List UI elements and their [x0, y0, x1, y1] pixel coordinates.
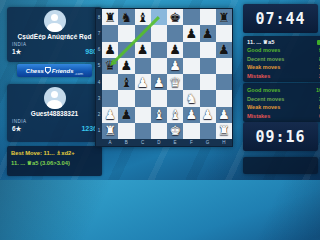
square-e5[interactable]: ♟: [167, 58, 183, 74]
square-h6[interactable]: ♟: [216, 42, 232, 58]
logo-text-right: Friends: [52, 68, 74, 74]
square-a8[interactable]: ♜: [102, 9, 118, 25]
file-label-c: C: [135, 139, 151, 146]
stat-row-bottom-weak-moves: Weak moves8: [247, 104, 320, 110]
white-pawn: ♟: [137, 76, 149, 89]
stat-row-bottom-mistakes: Mistakes0: [247, 113, 320, 119]
square-d4[interactable]: ♟: [151, 74, 167, 90]
square-c3[interactable]: [135, 90, 151, 106]
square-h4[interactable]: [216, 74, 232, 90]
stat-row-top-decent-moves: Decent moves8: [247, 56, 320, 62]
chess-board[interactable]: ♜♞♝♚♜♟♟♟♟♟♟♛♟♟♝♟♟♛♞♟♟♝♝♟♟♟♜♚♜: [102, 9, 232, 139]
avatar-torso-icon: [47, 100, 62, 110]
stat-label: Weak moves: [247, 104, 280, 110]
square-c4[interactable]: ♟: [135, 74, 151, 90]
square-f8[interactable]: [183, 9, 199, 25]
logo-suffix: .com: [75, 71, 84, 76]
black-king: ♚: [169, 11, 181, 24]
square-e6[interactable]: ♟: [167, 42, 183, 58]
square-h3[interactable]: [216, 90, 232, 106]
file-label-h: H: [216, 139, 232, 146]
player-country-bottom: INDIA: [12, 119, 102, 124]
stat-value: 10: [316, 87, 320, 93]
stat-label: Good moves: [247, 87, 280, 93]
square-c8[interactable]: ♝: [135, 9, 151, 25]
stats-rows-bottom: Good moves10Decent moves3Weak moves8Mist…: [247, 87, 320, 118]
player-name-bottom: Guest48838321: [7, 110, 102, 117]
avatar-head-icon: [51, 91, 58, 98]
square-f1[interactable]: [183, 123, 199, 139]
white-queen: ♛: [169, 76, 181, 89]
best-move-text: Best Move: 11... ♗xd2+: [11, 150, 102, 156]
square-f5[interactable]: [183, 58, 199, 74]
played-move-text: 11. ... ♕a5 (3.06>3.04): [11, 160, 102, 166]
white-rook: ♜: [218, 124, 230, 137]
square-a7[interactable]: [102, 25, 118, 41]
square-e7[interactable]: [167, 25, 183, 41]
square-f3[interactable]: ♞: [183, 90, 199, 106]
stat-row-bottom-good-moves: Good moves10: [247, 87, 320, 93]
square-d2[interactable]: ♝: [151, 107, 167, 123]
player-stars-top: 1★: [12, 48, 21, 56]
stat-label: Decent moves: [247, 56, 284, 62]
black-pawn: ♟: [202, 27, 214, 40]
avatar[interactable]: [44, 10, 66, 32]
square-g3[interactable]: [200, 90, 216, 106]
white-pawn: ♟: [104, 108, 116, 121]
stat-label: Weak moves: [247, 64, 280, 70]
chessfriends-logo[interactable]: Chess Friends .com: [17, 64, 92, 77]
square-a6[interactable]: ♟: [102, 42, 118, 58]
square-h2[interactable]: ♟: [216, 107, 232, 123]
clock-top: 07:44: [243, 4, 318, 33]
file-label-f: F: [183, 139, 199, 146]
white-bishop: ♝: [153, 108, 165, 121]
square-d7[interactable]: [151, 25, 167, 41]
white-pawn: ♟: [218, 108, 230, 121]
square-a3[interactable]: [102, 90, 118, 106]
white-pawn: ♟: [202, 108, 214, 121]
square-e1[interactable]: ♚: [167, 123, 183, 139]
black-rook: ♜: [218, 11, 230, 24]
stat-row-top-mistakes: Mistakes2: [247, 73, 320, 79]
avatar-torso-icon: [47, 23, 62, 33]
square-g4[interactable]: [200, 74, 216, 90]
move-stats-top-panel: 11. ... ♕a5 Good moves9Decent moves8Weak…: [243, 36, 320, 82]
square-f6[interactable]: [183, 42, 199, 58]
square-b1[interactable]: [118, 123, 134, 139]
clock-bottom: 09:16: [243, 122, 318, 151]
square-d3[interactable]: [151, 90, 167, 106]
white-king: ♚: [169, 124, 181, 137]
stat-label: Good moves: [247, 47, 280, 53]
black-bishop: ♝: [121, 76, 133, 89]
logo-text-left: Chess: [26, 68, 44, 74]
square-a1[interactable]: ♜: [102, 123, 118, 139]
square-h1[interactable]: ♜: [216, 123, 232, 139]
square-a4[interactable]: [102, 74, 118, 90]
stat-label: Mistakes: [247, 73, 270, 79]
square-e2[interactable]: ♝: [167, 107, 183, 123]
square-f4[interactable]: [183, 74, 199, 90]
square-d1[interactable]: [151, 123, 167, 139]
square-e3[interactable]: [167, 90, 183, 106]
stat-label: Mistakes: [247, 113, 270, 119]
square-g7[interactable]: ♟: [200, 25, 216, 41]
avatar-head-icon: [51, 14, 58, 21]
square-c7[interactable]: [135, 25, 151, 41]
black-pawn: ♟: [121, 108, 133, 121]
black-pawn: ♟: [137, 43, 149, 56]
square-e4[interactable]: ♛: [167, 74, 183, 90]
white-pawn: ♟: [186, 108, 198, 121]
file-labels: ABCDEFGH: [102, 139, 232, 146]
square-b5[interactable]: ♟: [118, 58, 134, 74]
stat-label: Decent moves: [247, 96, 284, 102]
square-c2[interactable]: [135, 107, 151, 123]
square-b3[interactable]: [118, 90, 134, 106]
file-label-d: D: [151, 139, 167, 146]
square-f7[interactable]: ♟: [183, 25, 199, 41]
chess-board-frame: 87654321 ♜♞♝♚♜♟♟♟♟♟♟♛♟♟♝♟♟♛♞♟♟♝♝♟♟♟♜♚♜ A…: [95, 8, 233, 147]
white-pawn: ♟: [169, 59, 181, 72]
stat-row-top-good-moves: Good moves9: [247, 47, 320, 53]
square-b8[interactable]: ♞: [118, 9, 134, 25]
square-b2[interactable]: ♟: [118, 107, 134, 123]
square-d6[interactable]: [151, 42, 167, 58]
square-c6[interactable]: ♟: [135, 42, 151, 58]
black-bishop: ♝: [137, 11, 149, 24]
square-f2[interactable]: ♟: [183, 107, 199, 123]
square-c5[interactable]: [135, 58, 151, 74]
square-d8[interactable]: [151, 9, 167, 25]
player-country-top: INDIA: [12, 42, 102, 47]
square-h8[interactable]: ♜: [216, 9, 232, 25]
square-g2[interactable]: ♟: [200, 107, 216, 123]
white-rook: ♜: [104, 124, 116, 137]
black-pawn: ♟: [169, 43, 181, 56]
file-label-g: G: [200, 139, 216, 146]
square-b4[interactable]: ♝: [118, 74, 134, 90]
file-label-a: A: [102, 139, 118, 146]
avatar[interactable]: [44, 87, 66, 109]
square-d5[interactable]: [151, 58, 167, 74]
black-rook: ♜: [104, 11, 116, 24]
square-e8[interactable]: ♚: [167, 9, 183, 25]
square-g5[interactable]: [200, 58, 216, 74]
black-pawn: ♟: [186, 27, 198, 40]
square-a5[interactable]: ♛: [102, 58, 118, 74]
player-card-top: ÇşúdÉép Anúgráçé Ręd INDIA 1★ 980: [7, 7, 102, 62]
move-stats-bottom-panel: Good moves10Decent moves3Weak moves8Mist…: [243, 83, 320, 122]
player-stars-bottom: 6★: [12, 125, 21, 133]
black-pawn: ♟: [121, 59, 133, 72]
square-h7[interactable]: [216, 25, 232, 41]
square-g8[interactable]: [200, 9, 216, 25]
player-name-top: ÇşúdÉép Anúgráçé Ręd: [7, 33, 102, 40]
square-a2[interactable]: ♟: [102, 107, 118, 123]
file-label-b: B: [118, 139, 134, 146]
player-card-bottom: Guest48838321 INDIA 6★ 1236: [7, 84, 102, 142]
app-background: { "game": "chess", "position": { "fen": …: [0, 0, 320, 180]
stat-row-bottom-decent-moves: Decent moves3: [247, 96, 320, 102]
square-h5[interactable]: [216, 58, 232, 74]
white-pawn: ♟: [153, 76, 165, 89]
shield-icon: [45, 67, 51, 74]
square-b6[interactable]: [118, 42, 134, 58]
stat-row-top-weak-moves: Weak moves2: [247, 64, 320, 70]
black-pawn: ♟: [218, 43, 230, 56]
last-move-header: 11. ... ♕a5: [247, 39, 274, 45]
square-b7[interactable]: [118, 25, 134, 41]
square-g1[interactable]: [200, 123, 216, 139]
stats-rows-top: Good moves9Decent moves8Weak moves2Mista…: [247, 47, 320, 78]
best-move-panel: Best Move: 11... ♗xd2+ 11. ... ♕a5 (3.06…: [7, 146, 102, 176]
square-c1[interactable]: [135, 123, 151, 139]
black-queen: ♛: [104, 59, 116, 72]
black-pawn: ♟: [104, 43, 116, 56]
square-g6[interactable]: [200, 42, 216, 58]
file-label-e: E: [167, 139, 183, 146]
white-bishop: ♝: [169, 108, 181, 121]
white-knight: ♞: [186, 92, 198, 105]
black-knight: ♞: [121, 11, 133, 24]
chat-panel[interactable]: [243, 157, 318, 174]
